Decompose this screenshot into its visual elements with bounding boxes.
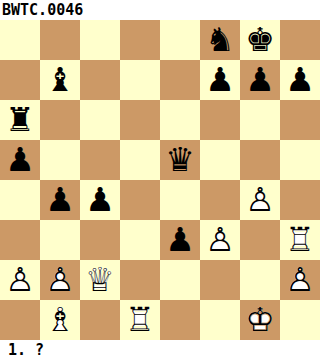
- square-b2[interactable]: ♟♙: [40, 260, 80, 300]
- square-f7[interactable]: ♟: [200, 60, 240, 100]
- square-g8[interactable]: ♚: [240, 20, 280, 60]
- white-rook-fill: ♜: [120, 300, 160, 340]
- square-d6[interactable]: [120, 100, 160, 140]
- square-h5[interactable]: [280, 140, 320, 180]
- black-pawn: ♟: [280, 60, 320, 100]
- square-g3[interactable]: [240, 220, 280, 260]
- white-bishop-fill: ♝: [40, 300, 80, 340]
- white-rook: ♖: [280, 220, 320, 260]
- square-c5[interactable]: [80, 140, 120, 180]
- square-h6[interactable]: [280, 100, 320, 140]
- square-c8[interactable]: [80, 20, 120, 60]
- white-pawn: ♙: [200, 220, 240, 260]
- black-pawn: ♟: [160, 220, 200, 260]
- square-h4[interactable]: [280, 180, 320, 220]
- square-c4[interactable]: ♟: [80, 180, 120, 220]
- white-king: ♔: [240, 300, 280, 340]
- black-pawn: ♟: [0, 140, 40, 180]
- puzzle-id: BWTC.0046: [0, 0, 320, 20]
- white-queen: ♕: [80, 260, 120, 300]
- square-g1[interactable]: ♚♔: [240, 300, 280, 340]
- square-b1[interactable]: ♝♗: [40, 300, 80, 340]
- white-pawn-fill: ♟: [40, 260, 80, 300]
- square-h3[interactable]: ♜♖: [280, 220, 320, 260]
- square-g5[interactable]: [240, 140, 280, 180]
- square-c3[interactable]: [80, 220, 120, 260]
- white-pawn: ♙: [40, 260, 80, 300]
- square-c7[interactable]: [80, 60, 120, 100]
- square-d1[interactable]: ♜♖: [120, 300, 160, 340]
- white-pawn-fill: ♟: [0, 260, 40, 300]
- square-f3[interactable]: ♟♙: [200, 220, 240, 260]
- square-h8[interactable]: [280, 20, 320, 60]
- square-e8[interactable]: [160, 20, 200, 60]
- square-d3[interactable]: [120, 220, 160, 260]
- square-f2[interactable]: [200, 260, 240, 300]
- white-pawn-fill: ♟: [200, 220, 240, 260]
- chess-puzzle-window: BWTC.0046 ♞♚♝♟♟♟♜♟♛♟♟♟♙♟♟♙♜♖♟♙♟♙♛♕♟♙♝♗♜♖…: [0, 0, 320, 360]
- square-b8[interactable]: [40, 20, 80, 60]
- square-a7[interactable]: [0, 60, 40, 100]
- square-a5[interactable]: ♟: [0, 140, 40, 180]
- black-bishop: ♝: [40, 60, 80, 100]
- black-queen: ♛: [160, 140, 200, 180]
- black-pawn: ♟: [80, 180, 120, 220]
- square-b5[interactable]: [40, 140, 80, 180]
- square-c6[interactable]: [80, 100, 120, 140]
- white-pawn: ♙: [280, 260, 320, 300]
- black-pawn: ♟: [40, 180, 80, 220]
- square-d8[interactable]: [120, 20, 160, 60]
- square-e4[interactable]: [160, 180, 200, 220]
- square-e6[interactable]: [160, 100, 200, 140]
- square-f8[interactable]: ♞: [200, 20, 240, 60]
- square-a4[interactable]: [0, 180, 40, 220]
- white-king-fill: ♚: [240, 300, 280, 340]
- black-knight: ♞: [200, 20, 240, 60]
- square-h2[interactable]: ♟♙: [280, 260, 320, 300]
- square-g4[interactable]: ♟♙: [240, 180, 280, 220]
- square-g6[interactable]: [240, 100, 280, 140]
- square-c1[interactable]: [80, 300, 120, 340]
- square-f6[interactable]: [200, 100, 240, 140]
- square-f1[interactable]: [200, 300, 240, 340]
- square-b3[interactable]: [40, 220, 80, 260]
- white-pawn: ♙: [240, 180, 280, 220]
- square-d5[interactable]: [120, 140, 160, 180]
- square-a3[interactable]: [0, 220, 40, 260]
- square-e3[interactable]: ♟: [160, 220, 200, 260]
- white-queen-fill: ♛: [80, 260, 120, 300]
- square-g2[interactable]: [240, 260, 280, 300]
- square-c2[interactable]: ♛♕: [80, 260, 120, 300]
- white-bishop: ♗: [40, 300, 80, 340]
- black-pawn: ♟: [200, 60, 240, 100]
- square-a6[interactable]: ♜: [0, 100, 40, 140]
- square-f4[interactable]: [200, 180, 240, 220]
- square-g7[interactable]: ♟: [240, 60, 280, 100]
- square-a2[interactable]: ♟♙: [0, 260, 40, 300]
- white-rook-fill: ♜: [280, 220, 320, 260]
- square-a1[interactable]: [0, 300, 40, 340]
- square-a8[interactable]: [0, 20, 40, 60]
- black-king: ♚: [240, 20, 280, 60]
- square-d4[interactable]: [120, 180, 160, 220]
- chess-board: ♞♚♝♟♟♟♜♟♛♟♟♟♙♟♟♙♜♖♟♙♟♙♛♕♟♙♝♗♜♖♚♔: [0, 20, 320, 340]
- black-pawn: ♟: [240, 60, 280, 100]
- white-pawn-fill: ♟: [240, 180, 280, 220]
- move-prompt: 1. ?: [0, 340, 320, 360]
- square-e2[interactable]: [160, 260, 200, 300]
- square-h7[interactable]: ♟: [280, 60, 320, 100]
- square-f5[interactable]: [200, 140, 240, 180]
- white-pawn-fill: ♟: [280, 260, 320, 300]
- square-b4[interactable]: ♟: [40, 180, 80, 220]
- square-h1[interactable]: [280, 300, 320, 340]
- square-e1[interactable]: [160, 300, 200, 340]
- square-e7[interactable]: [160, 60, 200, 100]
- square-d2[interactable]: [120, 260, 160, 300]
- black-rook: ♜: [0, 100, 40, 140]
- square-d7[interactable]: [120, 60, 160, 100]
- white-rook: ♖: [120, 300, 160, 340]
- square-b7[interactable]: ♝: [40, 60, 80, 100]
- square-b6[interactable]: [40, 100, 80, 140]
- square-e5[interactable]: ♛: [160, 140, 200, 180]
- white-pawn: ♙: [0, 260, 40, 300]
